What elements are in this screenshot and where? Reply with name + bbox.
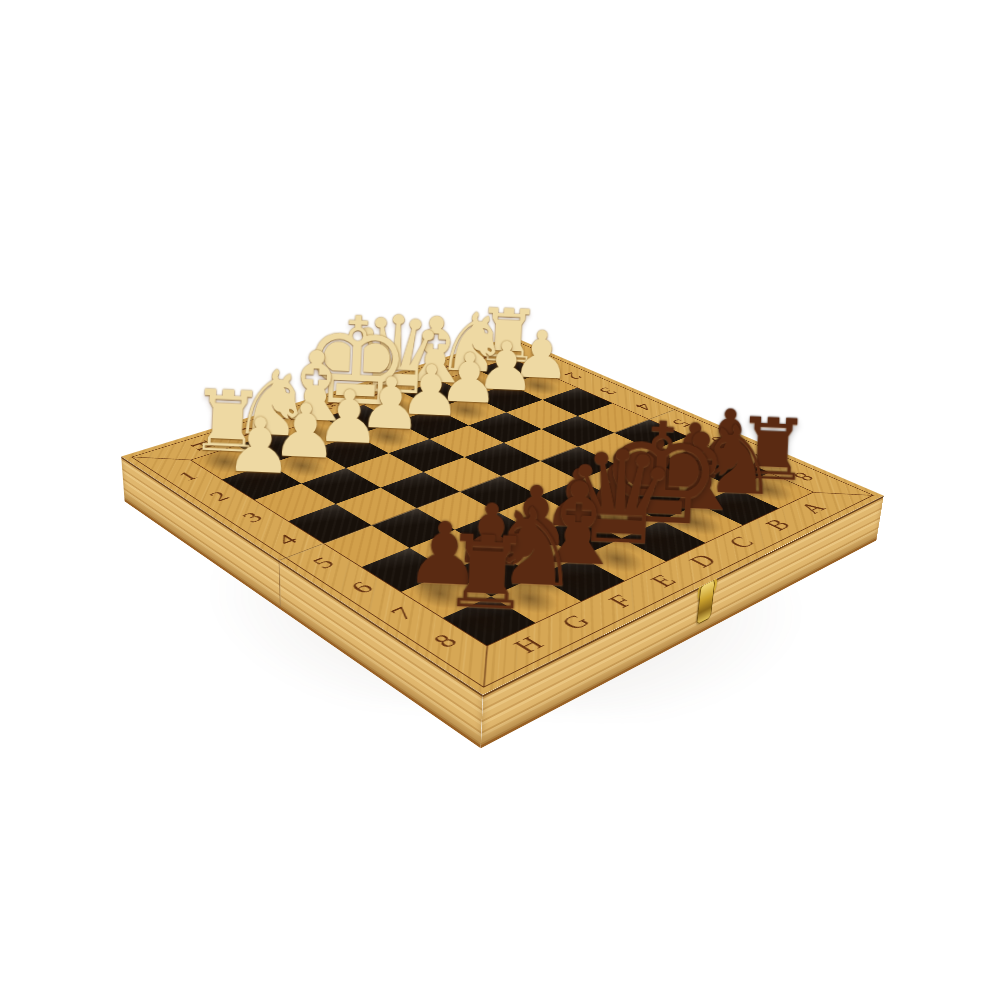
file-label-c: C: [722, 533, 762, 552]
photo-scene: 12345678 12345678 ABCDEFGH ABCDEFGH ♜♟♟♜…: [0, 0, 1000, 1000]
file-label-b: B: [430, 364, 461, 376]
rank-label-1: 1: [526, 356, 553, 367]
rank-label-5: 5: [307, 553, 341, 572]
rank-label-6: 6: [344, 577, 380, 597]
file-label-g: G: [554, 611, 598, 635]
rank-label-2: 2: [559, 370, 587, 381]
perspective-stage: 12345678 12345678 ABCDEFGH ABCDEFGH ♜♟♟♜…: [0, 0, 1000, 1000]
file-label-h: H: [184, 438, 222, 453]
file-label-d: D: [683, 551, 724, 572]
rank-label-7: 7: [384, 603, 421, 624]
file-label-d: D: [354, 386, 388, 399]
file-label-a: A: [465, 353, 497, 364]
chess-board: 12345678 12345678 ABCDEFGH ABCDEFGH ♜♟♟♜…: [121, 336, 884, 694]
fold-seam-side: [279, 562, 282, 607]
rank-label-4: 4: [271, 530, 304, 548]
file-label-e: E: [643, 570, 683, 590]
frame-mitre-line: [483, 646, 488, 688]
file-label-f: F: [601, 590, 640, 611]
piece-black-rook-h8: ♜: [440, 521, 534, 625]
file-label-a: A: [794, 499, 833, 517]
rank-label-2: 2: [204, 488, 235, 504]
piece-white-pawn-h2: ♟: [224, 406, 295, 485]
rank-label-3: 3: [237, 509, 269, 526]
file-label-b: B: [759, 516, 798, 534]
file-label-c: C: [393, 375, 425, 387]
file-label-h: H: [507, 633, 552, 658]
rank-label-8: 8: [426, 629, 464, 651]
rank-label-1: 1: [173, 468, 203, 483]
frame-mitre-line: [814, 492, 875, 496]
